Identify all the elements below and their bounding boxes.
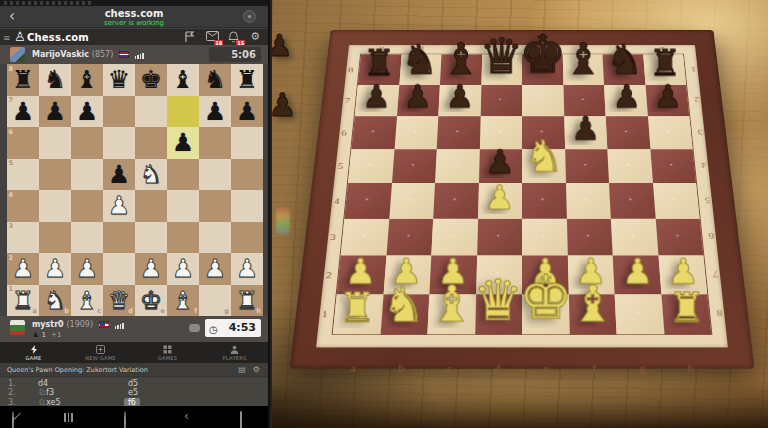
black-pawn[interactable]: ♟ (103, 159, 135, 191)
square-a5[interactable]: 5 (7, 159, 39, 191)
square-f6[interactable]: ♟ (167, 127, 199, 159)
photo-square-f1: ♝ (568, 294, 616, 334)
square-b5[interactable] (39, 159, 71, 191)
square-d2[interactable] (103, 253, 135, 285)
black-pawn[interactable]: ♟ (7, 96, 39, 128)
white-pawn[interactable]: ♟ (135, 253, 167, 285)
rank-label: 5 (9, 159, 14, 167)
square-e8[interactable]: ♚ (135, 64, 167, 96)
photo-square-g6 (606, 116, 650, 149)
photo-square-a6 (351, 116, 396, 149)
square-g2[interactable]: ♟ (199, 253, 231, 285)
square-a1[interactable]: 1a♜ (7, 285, 39, 317)
photo-square-a5 (348, 149, 394, 183)
gear-icon[interactable]: ⚙ (253, 365, 260, 374)
square-f2[interactable]: ♟ (167, 253, 199, 285)
white-rook[interactable]: ♜ (231, 285, 263, 317)
messages-icon[interactable]: 18 (206, 31, 219, 43)
dark-bishop: ♝ (564, 37, 603, 80)
netherlands-flag-icon (119, 51, 129, 58)
opponent-name[interactable]: MarijoVaskic (857) (32, 50, 145, 59)
white-pawn[interactable]: ♟ (71, 253, 103, 285)
app-chess-board[interactable]: 8♜♞♝♛♚♝♞♜7♟♟♟♟♟6♟5♟♞4♟32♟♟♟♟♟♟♟1a♜b♞c♝d♛… (7, 64, 263, 316)
captured-black-pawn: ♟ (272, 28, 293, 63)
yellow-bishop: ♝ (429, 279, 474, 329)
opponent-row: MarijoVaskic (857) 5:06 (0, 45, 268, 64)
yellow-king: ♚ (518, 268, 572, 329)
square-c4[interactable] (71, 190, 103, 222)
lightning-icon (30, 345, 38, 354)
photo-square-h5 (650, 149, 696, 183)
square-c2[interactable]: ♟ (71, 253, 103, 285)
tab-new-game[interactable]: NEW GAME (67, 342, 134, 363)
move-number: 2. (8, 388, 16, 397)
white-pawn[interactable]: ♟ (7, 253, 39, 285)
clock-icon: ◷ (209, 321, 218, 339)
table-edge-shadow (272, 382, 768, 428)
square-c8[interactable]: ♝ (71, 64, 103, 96)
photo-square-e1: ♚ (522, 294, 569, 334)
server-status-text: server is working (0, 19, 268, 27)
board-3d-scene: ♜♞♝♛♚♝♞♜♟♟♟♟♟♟♟♞♟♟♟♟♟♟♟♟♜♞♝♛♚♝♜ abcdefgh… (289, 30, 754, 369)
dark-queen: ♛ (480, 32, 524, 81)
photo-square-c7: ♟ (438, 85, 481, 116)
square-g3[interactable] (199, 222, 231, 254)
player-name[interactable]: mystr0 (1909) (32, 320, 125, 329)
photo-square-h6 (647, 116, 692, 149)
square-c1[interactable]: c♝ (71, 285, 103, 317)
white-knight[interactable]: ♞ (39, 285, 71, 317)
photo-square-a1: ♜ (333, 294, 383, 334)
yellow-rook: ♜ (338, 287, 375, 328)
square-b3[interactable] (39, 222, 71, 254)
dark-king: ♚ (519, 28, 566, 81)
yellow-pawn: ♟ (485, 180, 515, 214)
logo-pawn-icon: ♙ (14, 29, 26, 44)
yellow-rook: ♜ (669, 287, 706, 328)
dark-pawn: ♟ (404, 80, 432, 112)
square-e7[interactable] (135, 96, 167, 128)
square-g7[interactable]: ♟ (199, 96, 231, 128)
white-bishop[interactable]: ♝ (167, 285, 199, 317)
square-g8[interactable]: ♞ (199, 64, 231, 96)
dark-pawn: ♟ (486, 145, 516, 178)
yellow-knight: ♞ (524, 134, 563, 178)
file-labels-bottom: abcdefgh (329, 362, 715, 374)
rank-label: 6 (9, 128, 14, 136)
captured-pawn-icon: ♟ (32, 330, 39, 339)
square-c6[interactable] (71, 127, 103, 159)
black-pawn[interactable]: ♟ (39, 96, 71, 128)
photo-square-d1: ♛ (475, 294, 522, 334)
square-f3[interactable] (167, 222, 199, 254)
person-icon (230, 345, 239, 354)
black-queen[interactable]: ♛ (103, 64, 135, 96)
black-bishop[interactable]: ♝ (167, 64, 199, 96)
wood-board-frame: ♜♞♝♛♚♝♞♜♟♟♟♟♟♟♟♞♟♟♟♟♟♟♟♟♜♞♝♛♚♝♜ abcdefgh… (289, 30, 754, 369)
material-score: +1 (51, 331, 61, 339)
photo-square-b5 (392, 149, 437, 183)
physical-board-photo: ♟ ♟ ♜♞♝♛♚♝♞♜♟♟♟♟♟♟♟♞♟♟♟♟♟♟♟♟♜♞♝♛♚♝♜ abcd… (272, 0, 768, 428)
black-move[interactable]: d5 (128, 379, 138, 388)
square-e2[interactable]: ♟ (135, 253, 167, 285)
photo-square-g7: ♟ (604, 85, 647, 116)
rank-label: 3 (9, 222, 14, 230)
black-knight[interactable]: ♞ (199, 64, 231, 96)
photo-square-c6 (437, 116, 480, 149)
square-f8[interactable]: ♝ (167, 64, 199, 96)
book-icon[interactable]: ▤ (238, 365, 246, 374)
photo-square-g1 (615, 294, 664, 334)
square-d6[interactable] (103, 127, 135, 159)
black-move[interactable]: e5 (128, 388, 138, 397)
square-d5[interactable]: ♟ (103, 159, 135, 191)
menu-icon[interactable]: ≡ (3, 33, 11, 43)
black-pawn[interactable]: ♟ (71, 96, 103, 128)
white-knight[interactable]: ♞ (135, 159, 167, 191)
square-b8[interactable]: ♞ (39, 64, 71, 96)
photo-square-e5: ♞ (522, 149, 566, 183)
square-a6[interactable]: 6 (7, 127, 39, 159)
square-a3[interactable]: 3 (7, 222, 39, 254)
yellow-queen: ♛ (473, 272, 524, 328)
square-b6[interactable] (39, 127, 71, 159)
photo-square-b7: ♟ (397, 85, 440, 116)
tab-games[interactable]: GAMES (134, 342, 201, 363)
screenshot-root: ‹ chess.com server is working ≡ ♙ Chess.… (0, 0, 768, 428)
photo-square-e4 (522, 183, 566, 218)
plus-square-icon (96, 345, 105, 354)
square-c7[interactable]: ♟ (71, 96, 103, 128)
square-b7[interactable]: ♟ (39, 96, 71, 128)
square-a7[interactable]: 7♟ (7, 96, 39, 128)
opening-name[interactable]: Queen's Pawn Opening: Zukertort Variatio… (7, 366, 148, 374)
square-e5[interactable]: ♞ (135, 159, 167, 191)
photo-square-f5 (565, 149, 609, 183)
dark-pawn: ♟ (571, 112, 600, 144)
square-h2[interactable]: ♟ (231, 253, 263, 285)
chesscom-header: ≡ ♙ Chess.com 18 15 ⚙ (0, 29, 268, 45)
physical-chess-board: ♜♞♝♛♚♝♞♜♟♟♟♟♟♟♟♞♟♟♟♟♟♟♟♟♜♞♝♛♚♝♜ (333, 54, 711, 334)
photo-square-c5 (435, 149, 479, 183)
square-c3[interactable] (71, 222, 103, 254)
square-d7[interactable] (103, 96, 135, 128)
photo-square-g4 (609, 183, 655, 218)
square-g1[interactable]: g (199, 285, 231, 317)
back-icon[interactable]: ‹ (184, 411, 189, 421)
opponent-rating: (857) (92, 50, 114, 59)
player-rating: (1909) (66, 320, 93, 329)
rank-label: 4 (9, 191, 14, 199)
recents-icon[interactable] (64, 412, 73, 422)
photo-square-b4 (389, 183, 435, 218)
captured-pieces: ♟ 1 +1 (32, 330, 61, 339)
photo-square-a4 (344, 183, 391, 218)
square-e1[interactable]: e♚ (135, 285, 167, 317)
player-clock: ◷ 4:53 (205, 319, 261, 337)
black-pawn[interactable]: ♟ (231, 96, 263, 128)
photo-square-h1: ♜ (661, 294, 711, 334)
dark-rook: ♜ (649, 45, 681, 81)
black-knight[interactable]: ♞ (39, 64, 71, 96)
opponent-clock: 5:06 (209, 47, 261, 62)
photo-square-a7: ♟ (355, 85, 399, 116)
photo-square-h7: ♟ (645, 85, 689, 116)
black-pawn[interactable]: ♟ (167, 127, 199, 159)
square-h3[interactable] (231, 222, 263, 254)
dark-knight: ♞ (606, 39, 643, 80)
captured-black-pawn: ♟ (272, 86, 297, 124)
board-coordinate-border: ♜♞♝♛♚♝♞♜♟♟♟♟♟♟♟♞♟♟♟♟♟♟♟♟♜♞♝♛♚♝♜ abcdefgh… (316, 45, 728, 348)
dark-pawn: ♟ (654, 80, 682, 112)
photo-square-d4: ♟ (478, 183, 522, 218)
photo-square-g2: ♟ (613, 255, 661, 294)
dark-knight: ♞ (401, 39, 438, 80)
square-a8[interactable]: 8♜ (7, 64, 39, 96)
square-h1[interactable]: h♜ (231, 285, 263, 317)
square-f5[interactable] (167, 159, 199, 191)
square-f4[interactable] (167, 190, 199, 222)
dark-pawn: ♟ (362, 80, 390, 112)
connection-bars-icon (115, 320, 125, 329)
opening-row: Queen's Pawn Opening: Zukertort Variatio… (0, 363, 268, 377)
lens-flare (276, 208, 290, 234)
square-h8[interactable]: ♜ (231, 64, 263, 96)
square-f7[interactable] (167, 96, 199, 128)
square-e6[interactable] (135, 127, 167, 159)
square-d1[interactable]: d♛ (103, 285, 135, 317)
opponent-avatar[interactable] (10, 47, 25, 62)
android-nav-bar: ‹ (0, 406, 268, 428)
photo-square-b1: ♞ (380, 294, 429, 334)
photo-square-e8: ♚ (522, 54, 563, 84)
player-avatar[interactable] (10, 320, 25, 335)
square-g6[interactable] (199, 127, 231, 159)
webview-title-bar: ‹ chess.com server is working (0, 6, 268, 28)
square-h7[interactable]: ♟ (231, 96, 263, 128)
move-list[interactable]: 1.d4d52.♘f3e53.♘xe5f6 (0, 378, 268, 406)
tab-game[interactable]: GAME (0, 342, 67, 363)
photo-square-e7 (522, 85, 564, 116)
black-king[interactable]: ♚ (135, 64, 167, 96)
capture-icon[interactable] (12, 412, 14, 428)
player-row: mystr0 (1909) ♟ 1 +1 ◷ 4:53 (0, 316, 268, 342)
photo-square-g5 (607, 149, 652, 183)
us-flag-icon (99, 321, 109, 328)
move-number: 1. (8, 379, 16, 388)
white-pawn[interactable]: ♟ (103, 190, 135, 222)
photo-square-c4 (433, 183, 478, 218)
square-d4[interactable]: ♟ (103, 190, 135, 222)
square-a4[interactable]: 4 (7, 190, 39, 222)
white-pawn[interactable]: ♟ (167, 253, 199, 285)
photo-square-d8: ♛ (481, 54, 522, 84)
square-f1[interactable]: f♝ (167, 285, 199, 317)
settings-gear-icon[interactable]: ⚙ (250, 31, 260, 43)
square-b2[interactable]: ♟ (39, 253, 71, 285)
square-a2[interactable]: 2♟ (7, 253, 39, 285)
square-d8[interactable]: ♛ (103, 64, 135, 96)
photo-square-h4 (653, 183, 700, 218)
tab-players[interactable]: PLAYERS (201, 342, 268, 363)
square-c5[interactable] (71, 159, 103, 191)
yellow-bishop: ♝ (570, 279, 615, 329)
square-b4[interactable] (39, 190, 71, 222)
square-h6[interactable] (231, 127, 263, 159)
captured-count: 1 (41, 331, 45, 339)
photo-square-b6 (394, 116, 438, 149)
black-bishop[interactable]: ♝ (71, 64, 103, 96)
connection-bars-icon (135, 50, 145, 59)
dark-pawn: ♟ (612, 80, 640, 112)
bottom-tabs: GAME NEW GAME GAMES PLAYERS (0, 342, 268, 363)
square-h4[interactable] (231, 190, 263, 222)
page-title: chess.com (0, 8, 268, 19)
black-rook[interactable]: ♜ (7, 64, 39, 96)
alerts-bell-icon[interactable]: 15 (228, 31, 241, 43)
yellow-knight: ♞ (383, 281, 426, 329)
home-icon[interactable] (124, 412, 126, 428)
grid-icon (163, 345, 172, 354)
photo-square-f8: ♝ (562, 54, 604, 84)
square-g5[interactable] (199, 159, 231, 191)
chat-bubble-icon[interactable] (189, 324, 200, 332)
white-queen[interactable]: ♛ (103, 285, 135, 317)
black-rook[interactable]: ♜ (231, 64, 263, 96)
white-king[interactable]: ♚ (135, 285, 167, 317)
photo-square-f6: ♟ (564, 116, 607, 149)
dark-rook: ♜ (363, 45, 395, 81)
white-pawn[interactable]: ♟ (231, 253, 263, 285)
square-e3[interactable] (135, 222, 167, 254)
square-g4[interactable] (199, 190, 231, 222)
white-pawn[interactable]: ♟ (39, 253, 71, 285)
challenge-flag-icon[interactable] (184, 31, 197, 43)
dark-bishop: ♝ (441, 37, 480, 80)
photo-square-c1: ♝ (427, 294, 475, 334)
photo-square-f4 (566, 183, 611, 218)
white-rook[interactable]: ♜ (7, 285, 39, 317)
photo-square-d7 (480, 85, 522, 116)
dark-pawn: ♟ (445, 80, 473, 112)
status-text-smudge (4, 1, 94, 5)
black-pawn[interactable]: ♟ (199, 96, 231, 128)
keyboard-icon[interactable] (240, 412, 242, 428)
square-h5[interactable] (231, 159, 263, 191)
square-d3[interactable] (103, 222, 135, 254)
white-bishop[interactable]: ♝ (71, 285, 103, 317)
photo-square-d3 (477, 218, 522, 255)
square-e4[interactable] (135, 190, 167, 222)
white-pawn[interactable]: ♟ (199, 253, 231, 285)
chess-app-panel: ‹ chess.com server is working ≡ ♙ Chess.… (0, 0, 270, 428)
file-label: g (224, 307, 229, 315)
chesscom-logo[interactable]: Chess.com (27, 32, 89, 43)
square-b1[interactable]: b♞ (39, 285, 71, 317)
circle-status-icon[interactable] (243, 10, 256, 23)
yellow-pawn: ♟ (622, 253, 653, 288)
